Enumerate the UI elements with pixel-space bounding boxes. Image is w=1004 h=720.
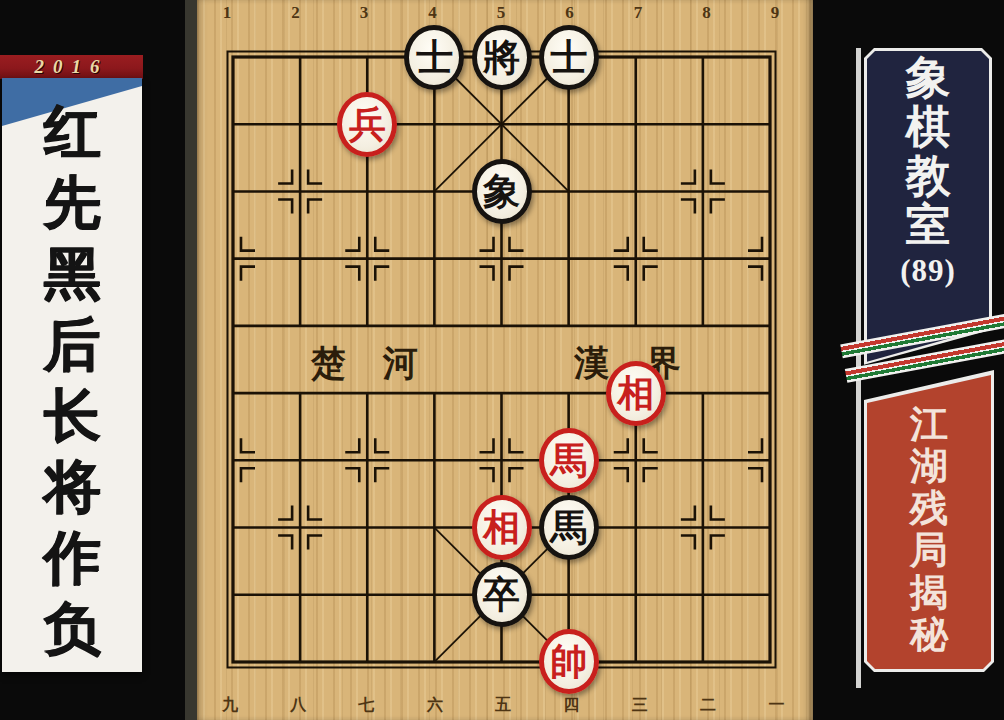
left-caption-char: 负 bbox=[2, 600, 142, 657]
black-advisor-piece[interactable]: 士 bbox=[539, 25, 599, 90]
black-elephant-piece[interactable]: 象 bbox=[472, 159, 532, 224]
file-label-bottom: 九 bbox=[210, 695, 250, 716]
red-elephant-piece[interactable]: 相 bbox=[606, 361, 666, 426]
year-banner: 2016 bbox=[0, 55, 143, 79]
subtitle-char: 秘 bbox=[866, 615, 992, 653]
left-caption-char: 先 bbox=[2, 174, 142, 231]
board-left-edge bbox=[185, 0, 197, 720]
left-caption-char: 作 bbox=[2, 529, 142, 586]
red-soldier-piece[interactable]: 兵 bbox=[337, 92, 397, 157]
xiangqi-board[interactable]: 123456789 九八七六五四三二一 楚 河 漢 界 士將士兵象相馬相馬卒帥 bbox=[197, 0, 813, 720]
red-elephant-piece[interactable]: 相 bbox=[472, 495, 532, 560]
file-label-bottom: 七 bbox=[347, 695, 387, 716]
file-label-bottom: 六 bbox=[415, 695, 455, 716]
file-label-bottom: 二 bbox=[688, 695, 728, 716]
red-general-piece[interactable]: 帥 bbox=[539, 629, 599, 694]
title-char: 教 bbox=[864, 154, 992, 199]
left-caption-char: 黑 bbox=[2, 245, 142, 302]
black-advisor-piece[interactable]: 士 bbox=[404, 25, 464, 90]
subtitle-char: 江 bbox=[866, 405, 992, 443]
file-label-top-8: 8 bbox=[687, 3, 727, 23]
file-label-top-9: 9 bbox=[755, 3, 795, 23]
file-label-bottom: 五 bbox=[483, 695, 523, 716]
left-caption-char: 将 bbox=[2, 458, 142, 515]
file-label-bottom: 四 bbox=[552, 695, 592, 716]
left-caption-char: 后 bbox=[2, 316, 142, 373]
black-general-piece[interactable]: 將 bbox=[472, 25, 532, 90]
black-soldier-piece[interactable]: 卒 bbox=[472, 562, 532, 627]
title-char: 棋 bbox=[864, 105, 992, 150]
file-label-top-6: 6 bbox=[550, 3, 590, 23]
title-char: 象 bbox=[864, 56, 992, 101]
year-text: 2016 bbox=[35, 56, 109, 78]
file-label-top-7: 7 bbox=[618, 3, 658, 23]
episode-number: (89) bbox=[864, 253, 992, 289]
subtitle-char: 局 bbox=[866, 531, 992, 569]
title-char: 室 bbox=[864, 203, 992, 248]
subtitle-char: 揭 bbox=[866, 573, 992, 611]
black-horse-piece[interactable]: 馬 bbox=[539, 495, 599, 560]
file-label-bottom: 八 bbox=[278, 695, 318, 716]
left-caption-char: 红 bbox=[2, 103, 142, 160]
river-text-left: 楚 河 bbox=[311, 340, 432, 387]
file-label-top-2: 2 bbox=[276, 3, 316, 23]
file-label-top-1: 1 bbox=[207, 3, 247, 23]
file-label-bottom: 一 bbox=[756, 695, 796, 716]
subtitle-char: 湖 bbox=[866, 447, 992, 485]
file-label-top-5: 5 bbox=[481, 3, 521, 23]
red-horse-piece[interactable]: 馬 bbox=[539, 428, 599, 493]
file-label-top-3: 3 bbox=[344, 3, 384, 23]
subtitle-char: 残 bbox=[866, 489, 992, 527]
file-label-top-4: 4 bbox=[413, 3, 453, 23]
left-caption-char: 长 bbox=[2, 387, 142, 444]
video-frame: 2016 红先黑后长将作负 123456789 九八七六五四三二一 楚 河 漢 … bbox=[0, 0, 1004, 720]
file-label-bottom: 三 bbox=[620, 695, 660, 716]
